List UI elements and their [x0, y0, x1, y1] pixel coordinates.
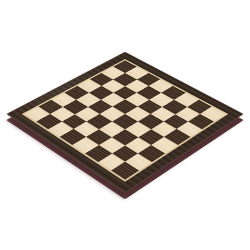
maple-inlay-line — [22, 59, 228, 182]
board-grid — [25, 60, 226, 179]
chess-board — [6, 52, 244, 194]
photo-background — [0, 0, 250, 250]
